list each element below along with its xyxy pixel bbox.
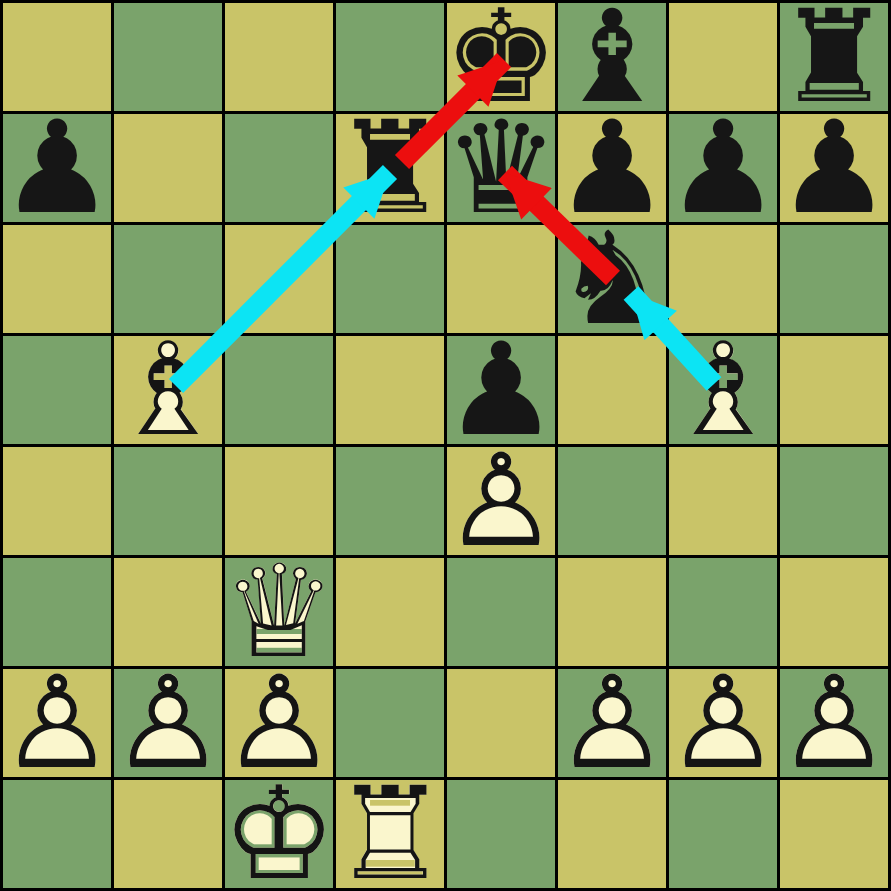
square-b1[interactable] [114,780,222,888]
square-c5[interactable] [225,336,333,444]
square-c7[interactable] [225,114,333,222]
square-h6[interactable] [780,225,888,333]
black-pawn-glyph: ♟ [780,114,888,222]
white-bishop-outline-glyph: ♗ [669,336,777,444]
square-g7[interactable]: ♟ [669,114,777,222]
square-e4[interactable]: ♟♙ [447,447,555,555]
square-g4[interactable] [669,447,777,555]
square-e2[interactable] [447,669,555,777]
black-queen-glyph: ♛ [447,114,555,222]
black-knight-glyph: ♞ [558,225,666,333]
square-f5[interactable] [558,336,666,444]
square-b7[interactable] [114,114,222,222]
piece-black-pawn[interactable]: ♟ [780,114,888,222]
piece-white-pawn[interactable]: ♟♙ [447,447,555,555]
white-pawn-outline-glyph: ♙ [558,669,666,777]
square-a2[interactable]: ♟♙ [3,669,111,777]
square-d3[interactable] [336,558,444,666]
white-bishop-outline-glyph: ♗ [114,336,222,444]
square-a5[interactable] [3,336,111,444]
white-pawn-outline-glyph: ♙ [669,669,777,777]
square-d4[interactable] [336,447,444,555]
square-g2[interactable]: ♟♙ [669,669,777,777]
square-h5[interactable] [780,336,888,444]
piece-white-bishop[interactable]: ♝♗ [669,336,777,444]
square-g1[interactable] [669,780,777,888]
square-d5[interactable] [336,336,444,444]
square-h1[interactable] [780,780,888,888]
square-b5[interactable]: ♝♗ [114,336,222,444]
piece-black-queen[interactable]: ♛ [447,114,555,222]
piece-white-bishop[interactable]: ♝♗ [114,336,222,444]
square-e3[interactable] [447,558,555,666]
square-d7[interactable]: ♜ [336,114,444,222]
square-f6[interactable]: ♞ [558,225,666,333]
square-e1[interactable] [447,780,555,888]
white-pawn-outline-glyph: ♙ [3,669,111,777]
piece-black-rook[interactable]: ♜ [336,114,444,222]
square-c1[interactable]: ♚♔ [225,780,333,888]
square-d6[interactable] [336,225,444,333]
piece-white-pawn[interactable]: ♟♙ [780,669,888,777]
piece-black-pawn[interactable]: ♟ [3,114,111,222]
square-g5[interactable]: ♝♗ [669,336,777,444]
black-rook-glyph: ♜ [336,114,444,222]
square-h4[interactable] [780,447,888,555]
piece-white-pawn[interactable]: ♟♙ [669,669,777,777]
white-king-outline-glyph: ♔ [225,780,333,888]
chess-board: ♚♝♜♟♜♛♟♟♟♞♝♗♟♝♗♟♙♛♕♟♙♟♙♟♙♟♙♟♙♟♙♚♔♜♖ [0,0,891,891]
square-d1[interactable]: ♜♖ [336,780,444,888]
square-c8[interactable] [225,3,333,111]
square-h2[interactable]: ♟♙ [780,669,888,777]
square-a7[interactable]: ♟ [3,114,111,222]
square-f4[interactable] [558,447,666,555]
square-f2[interactable]: ♟♙ [558,669,666,777]
white-pawn-outline-glyph: ♙ [780,669,888,777]
piece-white-rook[interactable]: ♜♖ [336,780,444,888]
square-e7[interactable]: ♛ [447,114,555,222]
square-a6[interactable] [3,225,111,333]
piece-white-pawn[interactable]: ♟♙ [114,669,222,777]
black-pawn-glyph: ♟ [669,114,777,222]
piece-white-pawn[interactable]: ♟♙ [3,669,111,777]
piece-black-pawn[interactable]: ♟ [669,114,777,222]
square-b8[interactable] [114,3,222,111]
piece-white-king[interactable]: ♚♔ [225,780,333,888]
square-h7[interactable]: ♟ [780,114,888,222]
white-pawn-outline-glyph: ♙ [447,447,555,555]
square-f1[interactable] [558,780,666,888]
square-a4[interactable] [3,447,111,555]
black-pawn-glyph: ♟ [3,114,111,222]
white-pawn-outline-glyph: ♙ [114,669,222,777]
square-b2[interactable]: ♟♙ [114,669,222,777]
square-c6[interactable] [225,225,333,333]
square-b4[interactable] [114,447,222,555]
piece-white-pawn[interactable]: ♟♙ [558,669,666,777]
board-wrap: ♚♝♜♟♜♛♟♟♟♞♝♗♟♝♗♟♙♛♕♟♙♟♙♟♙♟♙♟♙♟♙♚♔♜♖ [0,0,891,891]
white-rook-outline-glyph: ♖ [336,780,444,888]
square-a1[interactable] [3,780,111,888]
piece-black-knight[interactable]: ♞ [558,225,666,333]
